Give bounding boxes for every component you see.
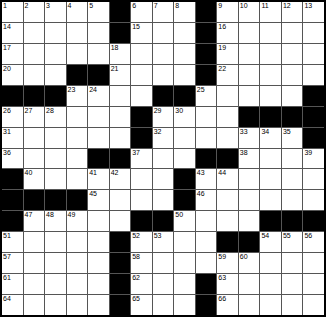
black-cell xyxy=(239,107,260,127)
black-cell xyxy=(110,2,131,22)
black-cell xyxy=(196,23,217,43)
cell[interactable] xyxy=(239,274,260,294)
cell[interactable] xyxy=(260,86,281,106)
cell[interactable] xyxy=(174,23,195,43)
cell[interactable] xyxy=(174,253,195,273)
cell[interactable]: 14 xyxy=(2,23,23,43)
clue-number: 3 xyxy=(46,2,50,10)
cell[interactable] xyxy=(196,211,217,231)
cell[interactable]: 21 xyxy=(110,65,131,85)
black-cell xyxy=(174,86,195,106)
black-cell xyxy=(24,86,45,106)
cell[interactable] xyxy=(131,44,152,64)
cell[interactable] xyxy=(24,44,45,64)
cell[interactable]: 33 xyxy=(239,128,260,148)
cell[interactable] xyxy=(260,65,281,85)
cell[interactable] xyxy=(260,253,281,273)
cell[interactable]: 10 xyxy=(239,2,260,22)
cell[interactable] xyxy=(303,295,324,315)
black-cell xyxy=(303,86,324,106)
cell[interactable]: 64 xyxy=(2,295,23,315)
clue-number: 40 xyxy=(25,169,33,177)
black-cell xyxy=(196,2,217,22)
clue-number: 58 xyxy=(132,253,140,261)
cell[interactable] xyxy=(260,23,281,43)
clue-number: 59 xyxy=(218,253,226,261)
black-cell xyxy=(239,232,260,252)
clue-number: 42 xyxy=(111,169,119,177)
clue-number: 7 xyxy=(154,2,158,10)
cell[interactable] xyxy=(282,23,303,43)
clue-number: 23 xyxy=(68,86,76,94)
clue-number: 30 xyxy=(175,107,183,115)
cell[interactable] xyxy=(131,86,152,106)
cell[interactable] xyxy=(282,86,303,106)
cell[interactable] xyxy=(45,128,66,148)
cell[interactable] xyxy=(217,211,238,231)
cell[interactable] xyxy=(110,86,131,106)
cell[interactable] xyxy=(282,253,303,273)
cell[interactable] xyxy=(24,23,45,43)
cell[interactable]: 66 xyxy=(217,295,238,315)
clue-number: 13 xyxy=(304,2,312,10)
cell[interactable] xyxy=(217,86,238,106)
cell[interactable] xyxy=(110,107,131,127)
cell[interactable]: 49 xyxy=(67,211,88,231)
cell[interactable] xyxy=(196,107,217,127)
cell[interactable] xyxy=(282,295,303,315)
cell[interactable] xyxy=(24,149,45,169)
clue-number: 10 xyxy=(240,2,248,10)
clue-number: 33 xyxy=(240,128,248,136)
cell[interactable] xyxy=(174,65,195,85)
cell[interactable] xyxy=(24,274,45,294)
black-cell xyxy=(110,23,131,43)
cell[interactable]: 41 xyxy=(88,169,109,189)
cell[interactable] xyxy=(45,149,66,169)
cell[interactable] xyxy=(174,232,195,252)
cell[interactable]: 15 xyxy=(131,23,152,43)
cell[interactable] xyxy=(260,190,281,210)
cell[interactable]: 23 xyxy=(67,86,88,106)
cell[interactable] xyxy=(45,232,66,252)
black-cell xyxy=(303,107,324,127)
cell[interactable]: 37 xyxy=(131,149,152,169)
clue-number: 65 xyxy=(132,295,140,303)
cell[interactable] xyxy=(239,86,260,106)
cell[interactable] xyxy=(45,253,66,273)
cell[interactable]: 28 xyxy=(45,107,66,127)
cell[interactable]: 6 xyxy=(131,2,152,22)
clue-number: 36 xyxy=(3,149,11,157)
clue-number: 64 xyxy=(3,295,11,303)
cell[interactable] xyxy=(153,169,174,189)
cell[interactable] xyxy=(153,190,174,210)
cell[interactable] xyxy=(110,190,131,210)
clue-number: 6 xyxy=(132,2,136,10)
clue-number: 45 xyxy=(89,190,97,198)
cell[interactable]: 27 xyxy=(24,107,45,127)
cell[interactable]: 8 xyxy=(174,2,195,22)
cell[interactable]: 16 xyxy=(217,23,238,43)
cell[interactable] xyxy=(174,128,195,148)
clue-number: 24 xyxy=(89,86,97,94)
cell[interactable] xyxy=(260,44,281,64)
black-cell xyxy=(174,190,195,210)
cell[interactable]: 3 xyxy=(45,2,66,22)
cell[interactable] xyxy=(153,253,174,273)
cell[interactable] xyxy=(282,274,303,294)
black-cell xyxy=(282,107,303,127)
clue-number: 38 xyxy=(240,149,248,157)
clue-number: 18 xyxy=(111,44,119,52)
cell[interactable] xyxy=(239,211,260,231)
clue-number: 53 xyxy=(154,232,162,240)
cell[interactable] xyxy=(88,232,109,252)
black-cell xyxy=(67,190,88,210)
cell[interactable]: 24 xyxy=(88,86,109,106)
clue-number: 66 xyxy=(218,295,226,303)
black-cell xyxy=(260,107,281,127)
clue-number: 5 xyxy=(89,2,93,10)
black-cell xyxy=(217,232,238,252)
black-cell xyxy=(131,107,152,127)
cell[interactable]: 42 xyxy=(110,169,131,189)
clue-number: 48 xyxy=(46,211,54,219)
cell[interactable] xyxy=(239,23,260,43)
cell[interactable] xyxy=(303,65,324,85)
cell[interactable]: 13 xyxy=(303,2,324,22)
clue-number: 60 xyxy=(240,253,248,261)
cell[interactable] xyxy=(282,65,303,85)
black-cell xyxy=(196,44,217,64)
black-cell xyxy=(110,274,131,294)
cell[interactable]: 43 xyxy=(196,169,217,189)
clue-number: 2 xyxy=(25,2,29,10)
cell[interactable] xyxy=(239,169,260,189)
cell[interactable] xyxy=(88,253,109,273)
cell[interactable]: 39 xyxy=(303,149,324,169)
black-cell xyxy=(45,190,66,210)
cell[interactable] xyxy=(174,295,195,315)
cell[interactable]: 56 xyxy=(303,232,324,252)
cell[interactable]: 52 xyxy=(131,232,152,252)
cell[interactable] xyxy=(88,128,109,148)
clue-number: 43 xyxy=(197,169,205,177)
cell[interactable]: 57 xyxy=(2,253,23,273)
cell[interactable]: 18 xyxy=(110,44,131,64)
cell[interactable]: 12 xyxy=(282,2,303,22)
cell[interactable] xyxy=(67,128,88,148)
clue-number: 55 xyxy=(283,232,291,240)
black-cell xyxy=(196,65,217,85)
cell[interactable]: 47 xyxy=(24,211,45,231)
black-cell xyxy=(153,211,174,231)
cell[interactable] xyxy=(88,44,109,64)
cell[interactable]: 44 xyxy=(217,169,238,189)
clue-number: 32 xyxy=(154,128,162,136)
cell[interactable]: 2 xyxy=(24,2,45,22)
black-cell xyxy=(196,274,217,294)
cell[interactable]: 45 xyxy=(88,190,109,210)
black-cell xyxy=(110,149,131,169)
black-cell xyxy=(2,190,23,210)
cell[interactable]: 22 xyxy=(217,65,238,85)
cell[interactable] xyxy=(217,190,238,210)
cell[interactable] xyxy=(131,169,152,189)
cell[interactable]: 61 xyxy=(2,274,23,294)
clue-number: 16 xyxy=(218,23,226,31)
clue-number: 47 xyxy=(25,211,33,219)
cell[interactable]: 30 xyxy=(174,107,195,127)
cell[interactable] xyxy=(303,44,324,64)
cell[interactable] xyxy=(196,128,217,148)
clue-number: 20 xyxy=(3,65,11,73)
cell[interactable] xyxy=(24,253,45,273)
black-cell xyxy=(303,128,324,148)
cell[interactable] xyxy=(67,23,88,43)
cell[interactable]: 31 xyxy=(2,128,23,148)
black-cell xyxy=(110,253,131,273)
cell[interactable] xyxy=(45,44,66,64)
black-cell xyxy=(153,86,174,106)
clue-number: 9 xyxy=(218,2,222,10)
clue-number: 14 xyxy=(3,23,11,31)
black-cell xyxy=(131,128,152,148)
black-cell xyxy=(67,65,88,85)
black-cell xyxy=(2,211,23,231)
cell[interactable] xyxy=(303,190,324,210)
cell[interactable] xyxy=(45,169,66,189)
black-cell xyxy=(174,169,195,189)
black-cell xyxy=(217,149,238,169)
cell[interactable] xyxy=(260,274,281,294)
clue-number: 52 xyxy=(132,232,140,240)
cell[interactable] xyxy=(239,190,260,210)
cell[interactable]: 38 xyxy=(239,149,260,169)
clue-number: 61 xyxy=(3,274,11,282)
clue-number: 46 xyxy=(197,190,205,198)
cell[interactable] xyxy=(88,107,109,127)
cell[interactable]: 5 xyxy=(88,2,109,22)
cell[interactable]: 55 xyxy=(282,232,303,252)
cell[interactable] xyxy=(239,44,260,64)
black-cell xyxy=(88,149,109,169)
black-cell xyxy=(2,86,23,106)
cell[interactable] xyxy=(303,23,324,43)
cell[interactable] xyxy=(24,295,45,315)
black-cell xyxy=(260,211,281,231)
cell[interactable]: 35 xyxy=(282,128,303,148)
cell[interactable]: 4 xyxy=(67,2,88,22)
cell[interactable] xyxy=(131,65,152,85)
cell[interactable] xyxy=(217,107,238,127)
black-cell xyxy=(196,149,217,169)
clue-number: 35 xyxy=(283,128,291,136)
clue-number: 11 xyxy=(261,2,268,10)
clue-number: 31 xyxy=(3,128,11,136)
clue-number: 29 xyxy=(154,107,162,115)
cell[interactable] xyxy=(174,149,195,169)
black-cell xyxy=(303,211,324,231)
cell[interactable] xyxy=(45,295,66,315)
black-cell xyxy=(2,169,23,189)
black-cell xyxy=(45,86,66,106)
cell[interactable] xyxy=(153,44,174,64)
cell[interactable] xyxy=(24,65,45,85)
cell[interactable]: 63 xyxy=(217,274,238,294)
cell[interactable] xyxy=(88,295,109,315)
clue-number: 19 xyxy=(218,44,226,52)
cell[interactable] xyxy=(217,128,238,148)
clue-number: 22 xyxy=(218,65,226,73)
clue-number: 62 xyxy=(132,274,140,282)
cell[interactable]: 48 xyxy=(45,211,66,231)
clue-number: 15 xyxy=(132,23,140,31)
cell[interactable]: 1 xyxy=(2,2,23,22)
cell[interactable] xyxy=(282,169,303,189)
cell[interactable] xyxy=(67,295,88,315)
black-cell xyxy=(131,211,152,231)
clue-number: 21 xyxy=(111,65,119,73)
clue-number: 25 xyxy=(197,86,205,94)
cell[interactable]: 53 xyxy=(153,232,174,252)
cell[interactable] xyxy=(303,169,324,189)
cell[interactable] xyxy=(67,169,88,189)
cell[interactable]: 19 xyxy=(217,44,238,64)
clue-number: 57 xyxy=(3,253,11,261)
cell[interactable] xyxy=(174,274,195,294)
cell[interactable] xyxy=(153,149,174,169)
cell[interactable] xyxy=(260,169,281,189)
clue-number: 50 xyxy=(175,211,183,219)
cell[interactable] xyxy=(153,274,174,294)
clue-number: 41 xyxy=(89,169,97,177)
cell[interactable] xyxy=(196,232,217,252)
cell[interactable] xyxy=(67,107,88,127)
cell[interactable] xyxy=(153,65,174,85)
cell[interactable] xyxy=(282,44,303,64)
cell[interactable] xyxy=(239,65,260,85)
cell[interactable]: 46 xyxy=(196,190,217,210)
cell[interactable]: 40 xyxy=(24,169,45,189)
cell[interactable]: 50 xyxy=(174,211,195,231)
black-cell xyxy=(282,211,303,231)
clue-number: 37 xyxy=(132,149,140,157)
cell[interactable] xyxy=(88,211,109,231)
clue-number: 1 xyxy=(3,2,7,10)
cell[interactable] xyxy=(67,44,88,64)
cell[interactable]: 65 xyxy=(131,295,152,315)
cell[interactable] xyxy=(260,295,281,315)
cell[interactable] xyxy=(67,274,88,294)
cell[interactable]: 60 xyxy=(239,253,260,273)
cell[interactable] xyxy=(303,253,324,273)
clue-number: 17 xyxy=(3,44,11,52)
cell[interactable]: 54 xyxy=(260,232,281,252)
clue-number: 39 xyxy=(304,149,312,157)
clue-number: 4 xyxy=(68,2,72,10)
clue-number: 34 xyxy=(261,128,269,136)
cell[interactable] xyxy=(45,65,66,85)
cell[interactable]: 51 xyxy=(2,232,23,252)
clue-number: 12 xyxy=(283,2,291,10)
clue-number: 51 xyxy=(3,232,11,240)
clue-number: 28 xyxy=(46,107,54,115)
cell[interactable]: 34 xyxy=(260,128,281,148)
cell[interactable] xyxy=(131,190,152,210)
cell[interactable] xyxy=(110,211,131,231)
clue-number: 27 xyxy=(25,107,33,115)
cell[interactable] xyxy=(303,274,324,294)
cell[interactable]: 62 xyxy=(131,274,152,294)
cell[interactable] xyxy=(260,149,281,169)
clue-number: 44 xyxy=(218,169,226,177)
cell[interactable]: 32 xyxy=(153,128,174,148)
cell[interactable] xyxy=(239,295,260,315)
black-cell xyxy=(110,232,131,252)
cell[interactable] xyxy=(282,190,303,210)
cell[interactable] xyxy=(153,295,174,315)
cell[interactable] xyxy=(153,23,174,43)
clue-number: 26 xyxy=(3,107,11,115)
cell[interactable]: 17 xyxy=(2,44,23,64)
cell[interactable]: 9 xyxy=(217,2,238,22)
cell[interactable] xyxy=(45,274,66,294)
clue-number: 8 xyxy=(175,2,179,10)
crossword-grid: 1234567891011121314151617181920212223242… xyxy=(0,0,326,317)
cell[interactable] xyxy=(24,128,45,148)
cell[interactable] xyxy=(88,23,109,43)
cell[interactable] xyxy=(67,253,88,273)
cell[interactable]: 26 xyxy=(2,107,23,127)
cell[interactable]: 7 xyxy=(153,2,174,22)
black-cell xyxy=(110,295,131,315)
cell[interactable]: 59 xyxy=(217,253,238,273)
cell[interactable] xyxy=(196,253,217,273)
clue-number: 49 xyxy=(68,211,76,219)
black-cell xyxy=(88,65,109,85)
black-cell xyxy=(24,190,45,210)
cell[interactable] xyxy=(110,128,131,148)
cell[interactable]: 29 xyxy=(153,107,174,127)
cell[interactable] xyxy=(45,23,66,43)
cell[interactable]: 25 xyxy=(196,86,217,106)
black-cell xyxy=(196,295,217,315)
cell[interactable] xyxy=(282,149,303,169)
cell[interactable] xyxy=(24,232,45,252)
clue-number: 54 xyxy=(261,232,269,240)
cell[interactable] xyxy=(67,232,88,252)
clue-number: 56 xyxy=(304,232,312,240)
cell[interactable]: 58 xyxy=(131,253,152,273)
cell[interactable]: 11 xyxy=(260,2,281,22)
cell[interactable]: 36 xyxy=(2,149,23,169)
cell[interactable] xyxy=(88,274,109,294)
cell[interactable] xyxy=(174,44,195,64)
cell[interactable]: 20 xyxy=(2,65,23,85)
cell[interactable] xyxy=(67,149,88,169)
clue-number: 63 xyxy=(218,274,226,282)
